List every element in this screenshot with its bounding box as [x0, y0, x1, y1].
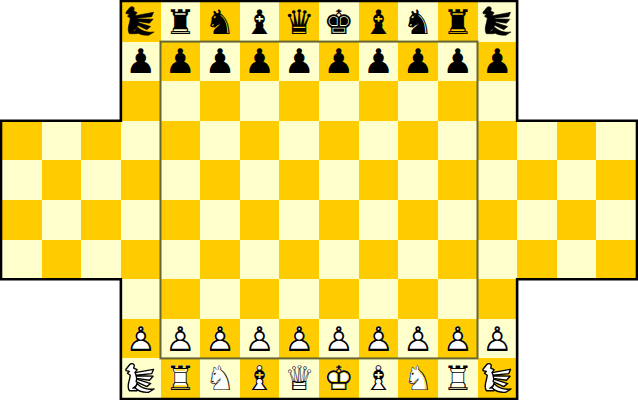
- black-dragon: [478, 2, 518, 42]
- square-f6-r9[interactable]: ♝♗: [240, 358, 280, 398]
- square-f11-r5[interactable]: [438, 200, 478, 240]
- off-board-void: [42, 319, 82, 359]
- off-board-void: [81, 358, 121, 398]
- black-bishop: ♝: [359, 2, 399, 42]
- square-f4-r2[interactable]: [161, 81, 201, 121]
- square-f9-r8[interactable]: ♟♙: [359, 319, 399, 359]
- off-board-void: [2, 319, 42, 359]
- off-board-void: [596, 279, 636, 319]
- black-pawn: ♟: [240, 42, 280, 82]
- off-board-void: [557, 81, 597, 121]
- board-grid: ♜♞♝♛♚♝♞♜ ♟♟♟♟♟♟♟♟♟♟♟♙♟♙♟♙♟♙♟♙♟♙♟♙♟♙♟♙♟♙ …: [2, 2, 636, 398]
- square-f4-r5[interactable]: [161, 200, 201, 240]
- square-f4-r6[interactable]: [161, 240, 201, 280]
- black-pawn: ♟: [478, 42, 518, 82]
- white-king: ♚♔: [319, 358, 359, 398]
- white-pawn: ♟♙: [200, 319, 240, 359]
- square-f6-r7[interactable]: [240, 279, 280, 319]
- off-board-void: [517, 358, 557, 398]
- black-pawn: ♟: [161, 42, 201, 82]
- off-board-void: [2, 279, 42, 319]
- square-f3-r9[interactable]: [121, 358, 161, 398]
- square-f6-r5[interactable]: [240, 200, 280, 240]
- square-f11-r2[interactable]: [438, 81, 478, 121]
- square-f3-r5[interactable]: [121, 200, 161, 240]
- square-f8-r0[interactable]: ♚: [319, 2, 359, 42]
- square-f6-r8[interactable]: ♟♙: [240, 319, 280, 359]
- square-f8-r2[interactable]: [319, 81, 359, 121]
- square-f7-r5[interactable]: [279, 200, 319, 240]
- square-f9-r6[interactable]: [359, 240, 399, 280]
- white-knight: ♞♘: [398, 358, 438, 398]
- square-f10-r0[interactable]: ♞: [398, 2, 438, 42]
- square-f9-r3[interactable]: [359, 121, 399, 161]
- square-f8-r1[interactable]: ♟: [319, 42, 359, 82]
- square-f5-r4[interactable]: [200, 160, 240, 200]
- square-f5-r0[interactable]: ♞: [200, 2, 240, 42]
- square-f6-r0[interactable]: ♝: [240, 2, 280, 42]
- square-f3-r2[interactable]: [121, 81, 161, 121]
- square-f11-r0[interactable]: ♜: [438, 2, 478, 42]
- square-f6-r6[interactable]: [240, 240, 280, 280]
- square-f9-r2[interactable]: [359, 81, 399, 121]
- white-pawn: ♟♙: [161, 319, 201, 359]
- off-board-void: [81, 279, 121, 319]
- square-f11-r3[interactable]: [438, 121, 478, 161]
- square-f10-r7[interactable]: [398, 279, 438, 319]
- square-f7-r7[interactable]: [279, 279, 319, 319]
- square-f0-r5[interactable]: [2, 200, 42, 240]
- square-f10-r2[interactable]: [398, 81, 438, 121]
- white-pawn: ♟♙: [359, 319, 399, 359]
- square-f11-r7[interactable]: [438, 279, 478, 319]
- off-board-void: [2, 81, 42, 121]
- square-f12-r0[interactable]: [478, 2, 518, 42]
- square-f9-r1[interactable]: ♟: [359, 42, 399, 82]
- square-f1-r4[interactable]: [42, 160, 82, 200]
- square-f12-r7[interactable]: [478, 279, 518, 319]
- off-board-void: [557, 42, 597, 82]
- dragon-icon: [123, 6, 158, 37]
- white-pawn: ♟♙: [438, 319, 478, 359]
- off-board-void: [517, 42, 557, 82]
- square-f10-r1[interactable]: ♟: [398, 42, 438, 82]
- white-dragon: [478, 358, 518, 398]
- square-f9-r5[interactable]: [359, 200, 399, 240]
- square-f4-r3[interactable]: [161, 121, 201, 161]
- off-board-void: [2, 358, 42, 398]
- square-f12-r3[interactable]: [478, 121, 518, 161]
- square-f4-r8[interactable]: ♟♙: [161, 319, 201, 359]
- off-board-void: [2, 42, 42, 82]
- square-f11-r6[interactable]: [438, 240, 478, 280]
- square-f5-r9[interactable]: ♞♘: [200, 358, 240, 398]
- square-f7-r6[interactable]: [279, 240, 319, 280]
- black-pawn: ♟: [398, 42, 438, 82]
- chess-variant-board: ♜♞♝♛♚♝♞♜ ♟♟♟♟♟♟♟♟♟♟♟♙♟♙♟♙♟♙♟♙♟♙♟♙♟♙♟♙♟♙ …: [0, 0, 638, 400]
- off-board-void: [81, 42, 121, 82]
- off-board-void: [596, 2, 636, 42]
- black-knight: ♞: [398, 2, 438, 42]
- square-f12-r4[interactable]: [478, 160, 518, 200]
- square-f7-r9[interactable]: ♛♕: [279, 358, 319, 398]
- white-pawn: ♟♙: [478, 319, 518, 359]
- square-f12-r6[interactable]: [478, 240, 518, 280]
- white-bishop: ♝♗: [359, 358, 399, 398]
- square-f3-r8[interactable]: ♟♙: [121, 319, 161, 359]
- square-f6-r3[interactable]: [240, 121, 280, 161]
- black-pawn: ♟: [359, 42, 399, 82]
- square-f5-r1[interactable]: ♟: [200, 42, 240, 82]
- square-f6-r2[interactable]: [240, 81, 280, 121]
- square-f6-r1[interactable]: ♟: [240, 42, 280, 82]
- off-board-void: [42, 81, 82, 121]
- square-f13-r4[interactable]: [517, 160, 557, 200]
- square-f12-r8[interactable]: ♟♙: [478, 319, 518, 359]
- square-f3-r0[interactable]: [121, 2, 161, 42]
- off-board-void: [596, 358, 636, 398]
- square-f13-r6[interactable]: [517, 240, 557, 280]
- off-board-void: [81, 319, 121, 359]
- white-rook: ♜♖: [438, 358, 478, 398]
- square-f5-r3[interactable]: [200, 121, 240, 161]
- white-pawn: ♟♙: [319, 319, 359, 359]
- white-rook: ♜♖: [161, 358, 201, 398]
- square-f7-r8[interactable]: ♟♙: [279, 319, 319, 359]
- black-dragon: [121, 2, 161, 42]
- square-f11-r1[interactable]: ♟: [438, 42, 478, 82]
- off-board-void: [42, 42, 82, 82]
- square-f14-r4[interactable]: [557, 160, 597, 200]
- square-f14-r3[interactable]: [557, 121, 597, 161]
- off-board-void: [81, 2, 121, 42]
- off-board-void: [517, 2, 557, 42]
- dragon-icon: [123, 363, 158, 394]
- square-f9-r4[interactable]: [359, 160, 399, 200]
- square-f14-r6[interactable]: [557, 240, 597, 280]
- square-f9-r7[interactable]: [359, 279, 399, 319]
- square-f0-r3[interactable]: [2, 121, 42, 161]
- square-f7-r2[interactable]: [279, 81, 319, 121]
- black-rook: ♜: [161, 2, 201, 42]
- off-board-void: [517, 279, 557, 319]
- off-board-void: [596, 81, 636, 121]
- square-f3-r3[interactable]: [121, 121, 161, 161]
- square-f15-r4[interactable]: [596, 160, 636, 200]
- off-board-void: [81, 81, 121, 121]
- square-f9-r0[interactable]: ♝: [359, 2, 399, 42]
- off-board-void: [596, 42, 636, 82]
- square-f5-r6[interactable]: [200, 240, 240, 280]
- off-board-void: [517, 81, 557, 121]
- square-f7-r0[interactable]: ♛: [279, 2, 319, 42]
- off-board-void: [557, 279, 597, 319]
- square-f12-r2[interactable]: [478, 81, 518, 121]
- square-f2-r4[interactable]: [81, 160, 121, 200]
- square-f13-r5[interactable]: [517, 200, 557, 240]
- square-f11-r4[interactable]: [438, 160, 478, 200]
- off-board-void: [517, 319, 557, 359]
- white-pawn: ♟♙: [240, 319, 280, 359]
- square-f15-r6[interactable]: [596, 240, 636, 280]
- off-board-void: [596, 319, 636, 359]
- off-board-void: [557, 319, 597, 359]
- white-knight: ♞♘: [200, 358, 240, 398]
- black-pawn: ♟: [438, 42, 478, 82]
- square-f11-r9[interactable]: ♜♖: [438, 358, 478, 398]
- square-f13-r3[interactable]: [517, 121, 557, 161]
- square-f8-r3[interactable]: [319, 121, 359, 161]
- square-f7-r3[interactable]: [279, 121, 319, 161]
- square-f10-r4[interactable]: [398, 160, 438, 200]
- square-f2-r3[interactable]: [81, 121, 121, 161]
- square-f14-r5[interactable]: [557, 200, 597, 240]
- square-f0-r6[interactable]: [2, 240, 42, 280]
- square-f3-r1[interactable]: ♟: [121, 42, 161, 82]
- square-f12-r1[interactable]: ♟: [478, 42, 518, 82]
- black-pawn: ♟: [279, 42, 319, 82]
- square-f3-r6[interactable]: [121, 240, 161, 280]
- square-f4-r7[interactable]: [161, 279, 201, 319]
- square-f2-r6[interactable]: [81, 240, 121, 280]
- black-pawn: ♟: [319, 42, 359, 82]
- black-rook: ♜: [438, 2, 478, 42]
- black-queen: ♛: [279, 2, 319, 42]
- square-f12-r9[interactable]: [478, 358, 518, 398]
- black-knight: ♞: [200, 2, 240, 42]
- dragon-icon: [480, 6, 515, 37]
- off-board-void: [42, 358, 82, 398]
- white-bishop: ♝♗: [240, 358, 280, 398]
- square-f15-r5[interactable]: [596, 200, 636, 240]
- square-f8-r9[interactable]: ♚♔: [319, 358, 359, 398]
- white-dragon: [121, 358, 161, 398]
- square-f10-r5[interactable]: [398, 200, 438, 240]
- white-pawn: ♟♙: [398, 319, 438, 359]
- square-f15-r3[interactable]: [596, 121, 636, 161]
- square-f4-r4[interactable]: [161, 160, 201, 200]
- off-board-void: [42, 279, 82, 319]
- square-f9-r9[interactable]: ♝♗: [359, 358, 399, 398]
- off-board-void: [42, 2, 82, 42]
- square-f12-r5[interactable]: [478, 200, 518, 240]
- black-pawn: ♟: [121, 42, 161, 82]
- square-f10-r3[interactable]: [398, 121, 438, 161]
- square-f7-r4[interactable]: [279, 160, 319, 200]
- black-king: ♚: [319, 2, 359, 42]
- off-board-void: [2, 2, 42, 42]
- square-f8-r5[interactable]: [319, 200, 359, 240]
- square-f10-r6[interactable]: [398, 240, 438, 280]
- square-f2-r5[interactable]: [81, 200, 121, 240]
- square-f4-r0[interactable]: ♜: [161, 2, 201, 42]
- white-pawn: ♟♙: [121, 319, 161, 359]
- white-pawn: ♟♙: [279, 319, 319, 359]
- square-f5-r5[interactable]: [200, 200, 240, 240]
- dragon-icon: [480, 363, 515, 394]
- square-f5-r2[interactable]: [200, 81, 240, 121]
- square-f1-r6[interactable]: [42, 240, 82, 280]
- square-f3-r7[interactable]: [121, 279, 161, 319]
- black-pawn: ♟: [200, 42, 240, 82]
- square-f5-r7[interactable]: [200, 279, 240, 319]
- square-f3-r4[interactable]: [121, 160, 161, 200]
- square-f4-r9[interactable]: ♜♖: [161, 358, 201, 398]
- square-f8-r8[interactable]: ♟♙: [319, 319, 359, 359]
- square-f10-r9[interactable]: ♞♘: [398, 358, 438, 398]
- square-f10-r8[interactable]: ♟♙: [398, 319, 438, 359]
- square-f0-r4[interactable]: [2, 160, 42, 200]
- off-board-void: [557, 358, 597, 398]
- square-f1-r3[interactable]: [42, 121, 82, 161]
- black-bishop: ♝: [240, 2, 280, 42]
- square-f7-r1[interactable]: ♟: [279, 42, 319, 82]
- square-f8-r6[interactable]: [319, 240, 359, 280]
- square-f11-r8[interactable]: ♟♙: [438, 319, 478, 359]
- square-f8-r7[interactable]: [319, 279, 359, 319]
- square-f4-r1[interactable]: ♟: [161, 42, 201, 82]
- square-f5-r8[interactable]: ♟♙: [200, 319, 240, 359]
- square-f1-r5[interactable]: [42, 200, 82, 240]
- square-f8-r4[interactable]: [319, 160, 359, 200]
- square-f6-r4[interactable]: [240, 160, 280, 200]
- white-queen: ♛♕: [279, 358, 319, 398]
- off-board-void: [557, 2, 597, 42]
